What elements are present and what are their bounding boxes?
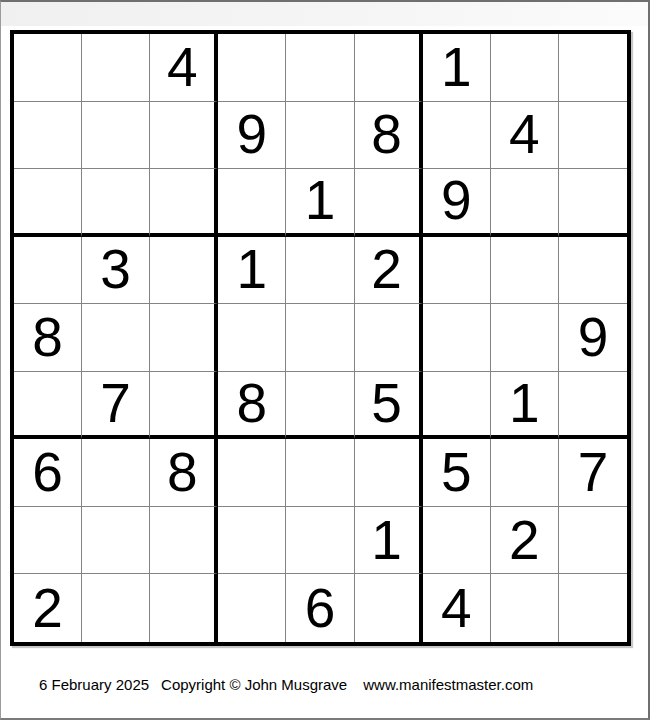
sudoku-cell-r9c6[interactable] <box>355 574 423 642</box>
sudoku-cell-r6c7[interactable] <box>423 372 491 440</box>
sudoku-cell-r6c3[interactable] <box>150 372 218 440</box>
sudoku-cell-r2c3[interactable] <box>150 102 218 170</box>
sudoku-cell-r4c4[interactable]: 1 <box>218 237 286 305</box>
sudoku-cell-r1c7[interactable]: 1 <box>423 34 491 102</box>
sudoku-cell-r4c3[interactable] <box>150 237 218 305</box>
footer-date: 6 February 2025 <box>39 676 149 693</box>
sudoku-cell-r9c9[interactable] <box>559 574 627 642</box>
sudoku-cell-r2c8[interactable]: 4 <box>491 102 559 170</box>
given-digit: 6 <box>32 445 63 500</box>
sudoku-cell-r7c5[interactable] <box>286 439 354 507</box>
sudoku-cell-r4c6[interactable]: 2 <box>355 237 423 305</box>
given-digit: 1 <box>371 513 402 568</box>
sudoku-cell-r7c1[interactable]: 6 <box>14 439 82 507</box>
given-digit: 1 <box>305 173 336 228</box>
sudoku-cell-r8c7[interactable] <box>423 507 491 575</box>
footer-website: www.manifestmaster.com <box>363 676 533 693</box>
sudoku-cell-r6c4[interactable]: 8 <box>218 372 286 440</box>
sudoku-cell-r2c7[interactable] <box>423 102 491 170</box>
sudoku-cell-r9c7[interactable]: 4 <box>423 574 491 642</box>
sudoku-cell-r8c4[interactable] <box>218 507 286 575</box>
footer-copyright: Copyright © John Musgrave <box>161 676 347 693</box>
sudoku-cell-r4c1[interactable] <box>14 237 82 305</box>
top-band <box>1 2 648 26</box>
given-digit: 2 <box>32 581 63 636</box>
sudoku-cell-r1c3[interactable]: 4 <box>150 34 218 102</box>
sudoku-cell-r9c1[interactable]: 2 <box>14 574 82 642</box>
given-digit: 7 <box>578 445 609 500</box>
given-digit: 1 <box>509 376 540 431</box>
sudoku-cell-r4c2[interactable]: 3 <box>82 237 150 305</box>
sudoku-cell-r1c8[interactable] <box>491 34 559 102</box>
sudoku-cell-r8c6[interactable]: 1 <box>355 507 423 575</box>
sudoku-cell-r5c7[interactable] <box>423 304 491 372</box>
sudoku-cell-r9c8[interactable] <box>491 574 559 642</box>
sudoku-cell-r2c6[interactable]: 8 <box>355 102 423 170</box>
sudoku-cell-r9c3[interactable] <box>150 574 218 642</box>
sudoku-cell-r2c1[interactable] <box>14 102 82 170</box>
sudoku-cell-r3c4[interactable] <box>218 169 286 237</box>
sudoku-cell-r6c2[interactable]: 7 <box>82 372 150 440</box>
sudoku-cell-r1c9[interactable] <box>559 34 627 102</box>
sudoku-cell-r1c6[interactable] <box>355 34 423 102</box>
given-digit: 9 <box>441 173 472 228</box>
sudoku-cell-r9c4[interactable] <box>218 574 286 642</box>
given-digit: 3 <box>100 242 131 297</box>
sudoku-cell-r9c2[interactable] <box>82 574 150 642</box>
given-digit: 8 <box>167 445 198 500</box>
sudoku-cell-r6c6[interactable]: 5 <box>355 372 423 440</box>
sudoku-cell-r8c8[interactable]: 2 <box>491 507 559 575</box>
sudoku-cell-r5c8[interactable] <box>491 304 559 372</box>
sudoku-cell-r6c9[interactable] <box>559 372 627 440</box>
sudoku-cell-r3c5[interactable]: 1 <box>286 169 354 237</box>
sudoku-cell-r6c8[interactable]: 1 <box>491 372 559 440</box>
sudoku-cell-r6c1[interactable] <box>14 372 82 440</box>
sudoku-cell-r7c2[interactable] <box>82 439 150 507</box>
given-digit: 2 <box>509 513 540 568</box>
given-digit: 8 <box>371 107 402 162</box>
sudoku-cell-r4c5[interactable] <box>286 237 354 305</box>
given-digit: 6 <box>305 581 336 636</box>
given-digit: 5 <box>371 376 402 431</box>
sudoku-cell-r5c9[interactable]: 9 <box>559 304 627 372</box>
sudoku-cell-r7c4[interactable] <box>218 439 286 507</box>
sudoku-grid: 4198419312897851685712264 <box>10 30 631 646</box>
sudoku-cell-r5c1[interactable]: 8 <box>14 304 82 372</box>
sudoku-cell-r9c5[interactable]: 6 <box>286 574 354 642</box>
sudoku-cell-r8c5[interactable] <box>286 507 354 575</box>
given-digit: 7 <box>100 376 131 431</box>
sudoku-cell-r5c5[interactable] <box>286 304 354 372</box>
sudoku-cell-r1c1[interactable] <box>14 34 82 102</box>
sudoku-cell-r7c3[interactable]: 8 <box>150 439 218 507</box>
footer: 6 February 2025 Copyright © John Musgrav… <box>39 674 533 694</box>
given-digit: 1 <box>441 40 472 95</box>
given-digit: 8 <box>32 310 63 365</box>
sudoku-cell-r3c2[interactable] <box>82 169 150 237</box>
sudoku-cell-r1c2[interactable] <box>82 34 150 102</box>
sudoku-cell-r7c7[interactable]: 5 <box>423 439 491 507</box>
sudoku-cell-r2c2[interactable] <box>82 102 150 170</box>
sudoku-cell-r1c4[interactable] <box>218 34 286 102</box>
given-digit: 9 <box>237 107 268 162</box>
sudoku-cell-r3c7[interactable]: 9 <box>423 169 491 237</box>
sudoku-cell-r3c6[interactable] <box>355 169 423 237</box>
sudoku-cell-r5c2[interactable] <box>82 304 150 372</box>
sudoku-cell-r3c1[interactable] <box>14 169 82 237</box>
given-digit: 8 <box>237 376 268 431</box>
page: 4198419312897851685712264 6 February 202… <box>0 0 650 720</box>
sudoku-cell-r4c7[interactable] <box>423 237 491 305</box>
sudoku-cell-r3c8[interactable] <box>491 169 559 237</box>
given-digit: 5 <box>441 445 472 500</box>
sudoku-cell-r7c9[interactable]: 7 <box>559 439 627 507</box>
sudoku-cell-r8c9[interactable] <box>559 507 627 575</box>
given-digit: 4 <box>509 107 540 162</box>
given-digit: 4 <box>441 581 472 636</box>
sudoku-cell-r8c3[interactable] <box>150 507 218 575</box>
given-digit: 4 <box>167 40 198 95</box>
sudoku-cell-r5c4[interactable] <box>218 304 286 372</box>
sudoku-cell-r1c5[interactable] <box>286 34 354 102</box>
sudoku-cell-r4c8[interactable] <box>491 237 559 305</box>
given-digit: 1 <box>237 242 268 297</box>
given-digit: 2 <box>371 242 402 297</box>
given-digit: 9 <box>578 310 609 365</box>
sudoku-cell-r2c9[interactable] <box>559 102 627 170</box>
sudoku-cell-r2c4[interactable]: 9 <box>218 102 286 170</box>
sudoku-cell-r8c1[interactable] <box>14 507 82 575</box>
sudoku-cell-r4c9[interactable] <box>559 237 627 305</box>
sudoku-cell-r7c8[interactable] <box>491 439 559 507</box>
sudoku-cell-r8c2[interactable] <box>82 507 150 575</box>
sudoku-cell-r5c6[interactable] <box>355 304 423 372</box>
sudoku-cell-r2c5[interactable] <box>286 102 354 170</box>
sudoku-cell-r6c5[interactable] <box>286 372 354 440</box>
sudoku-cell-r3c9[interactable] <box>559 169 627 237</box>
sudoku-cell-r3c3[interactable] <box>150 169 218 237</box>
sudoku-cell-r5c3[interactable] <box>150 304 218 372</box>
sudoku-cell-r7c6[interactable] <box>355 439 423 507</box>
